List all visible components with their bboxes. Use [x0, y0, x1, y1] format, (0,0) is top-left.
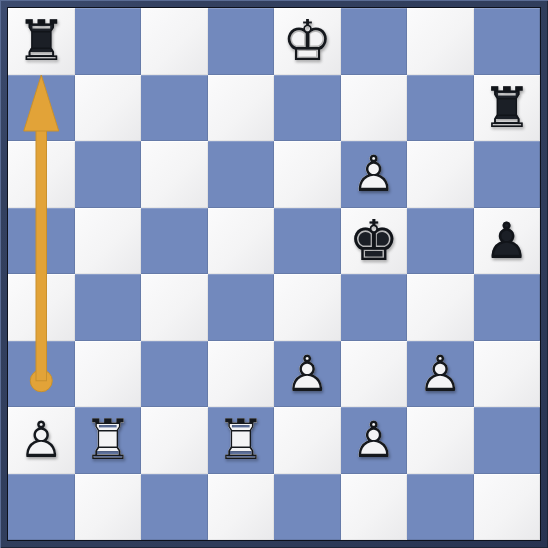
- square-b7[interactable]: [75, 75, 142, 142]
- square-a2[interactable]: ♟♙: [8, 407, 75, 474]
- square-d1[interactable]: [208, 474, 275, 541]
- piece-white-rook-d2[interactable]: ♜♖: [208, 407, 275, 474]
- square-e1[interactable]: [274, 474, 341, 541]
- white-pawn-outline: ♙: [8, 407, 75, 474]
- square-c7[interactable]: [141, 75, 208, 142]
- white-pawn-outline: ♙: [341, 407, 408, 474]
- square-f7[interactable]: [341, 75, 408, 142]
- square-b3[interactable]: [75, 341, 142, 408]
- square-a1[interactable]: [8, 474, 75, 541]
- square-e5[interactable]: [274, 208, 341, 275]
- piece-white-pawn-e3[interactable]: ♟♙: [274, 341, 341, 408]
- square-h4[interactable]: [474, 274, 541, 341]
- square-d3[interactable]: [208, 341, 275, 408]
- square-d4[interactable]: [208, 274, 275, 341]
- square-b1[interactable]: [75, 474, 142, 541]
- piece-white-pawn-g3[interactable]: ♟♙: [407, 341, 474, 408]
- square-d7[interactable]: [208, 75, 275, 142]
- piece-white-pawn-f2[interactable]: ♟♙: [341, 407, 408, 474]
- piece-white-king-e8[interactable]: ♚♔: [274, 8, 341, 75]
- square-c8[interactable]: [141, 8, 208, 75]
- square-b4[interactable]: [75, 274, 142, 341]
- square-b8[interactable]: [75, 8, 142, 75]
- square-c3[interactable]: [141, 341, 208, 408]
- square-h6[interactable]: [474, 141, 541, 208]
- square-h3[interactable]: [474, 341, 541, 408]
- square-e7[interactable]: [274, 75, 341, 142]
- black-king-outline: ♔: [341, 208, 408, 275]
- square-g2[interactable]: [407, 407, 474, 474]
- square-c6[interactable]: [141, 141, 208, 208]
- square-e8[interactable]: ♚♔: [274, 8, 341, 75]
- square-e3[interactable]: ♟♙: [274, 341, 341, 408]
- white-pawn-outline: ♙: [274, 341, 341, 408]
- square-g8[interactable]: [407, 8, 474, 75]
- black-rook-outline: ♖: [474, 75, 541, 142]
- square-a6[interactable]: [8, 141, 75, 208]
- white-king-outline: ♔: [274, 8, 341, 75]
- square-h5[interactable]: ♟♙: [474, 208, 541, 275]
- square-g6[interactable]: [407, 141, 474, 208]
- chess-board[interactable]: ♜♖♚♔♜♖♟♙♚♔♟♙♟♙♟♙♟♙♜♖♜♖♟♙: [8, 8, 540, 540]
- square-e6[interactable]: [274, 141, 341, 208]
- square-b2[interactable]: ♜♖: [75, 407, 142, 474]
- square-f8[interactable]: [341, 8, 408, 75]
- square-f3[interactable]: [341, 341, 408, 408]
- square-g3[interactable]: ♟♙: [407, 341, 474, 408]
- square-h1[interactable]: [474, 474, 541, 541]
- white-pawn-outline: ♙: [407, 341, 474, 408]
- square-f2[interactable]: ♟♙: [341, 407, 408, 474]
- square-c4[interactable]: [141, 274, 208, 341]
- piece-white-rook-b2[interactable]: ♜♖: [75, 407, 142, 474]
- square-d6[interactable]: [208, 141, 275, 208]
- square-f4[interactable]: [341, 274, 408, 341]
- white-rook-outline: ♖: [208, 407, 275, 474]
- piece-white-pawn-a2[interactable]: ♟♙: [8, 407, 75, 474]
- square-g1[interactable]: [407, 474, 474, 541]
- square-h2[interactable]: [474, 407, 541, 474]
- piece-black-king-f5[interactable]: ♚♔: [341, 208, 408, 275]
- square-b5[interactable]: [75, 208, 142, 275]
- square-d5[interactable]: [208, 208, 275, 275]
- square-a8[interactable]: ♜♖: [8, 8, 75, 75]
- piece-white-pawn-f6[interactable]: ♟♙: [341, 141, 408, 208]
- square-g4[interactable]: [407, 274, 474, 341]
- piece-black-rook-a8[interactable]: ♜♖: [8, 8, 75, 75]
- piece-black-pawn-h5[interactable]: ♟♙: [474, 208, 541, 275]
- square-c1[interactable]: [141, 474, 208, 541]
- square-c2[interactable]: [141, 407, 208, 474]
- white-pawn-outline: ♙: [341, 141, 408, 208]
- square-a3[interactable]: [8, 341, 75, 408]
- square-f1[interactable]: [341, 474, 408, 541]
- chess-board-frame: ♜♖♚♔♜♖♟♙♚♔♟♙♟♙♟♙♟♙♜♖♜♖♟♙: [0, 0, 548, 548]
- square-a7[interactable]: [8, 75, 75, 142]
- square-e4[interactable]: [274, 274, 341, 341]
- square-d8[interactable]: [208, 8, 275, 75]
- square-c5[interactable]: [141, 208, 208, 275]
- square-h8[interactable]: [474, 8, 541, 75]
- square-g5[interactable]: [407, 208, 474, 275]
- piece-black-rook-h7[interactable]: ♜♖: [474, 75, 541, 142]
- square-h7[interactable]: ♜♖: [474, 75, 541, 142]
- black-rook-outline: ♖: [8, 8, 75, 75]
- square-e2[interactable]: [274, 407, 341, 474]
- square-a5[interactable]: [8, 208, 75, 275]
- black-pawn-outline: ♙: [474, 208, 541, 275]
- square-g7[interactable]: [407, 75, 474, 142]
- square-f5[interactable]: ♚♔: [341, 208, 408, 275]
- square-f6[interactable]: ♟♙: [341, 141, 408, 208]
- white-rook-outline: ♖: [75, 407, 142, 474]
- square-b6[interactable]: [75, 141, 142, 208]
- square-a4[interactable]: [8, 274, 75, 341]
- square-d2[interactable]: ♜♖: [208, 407, 275, 474]
